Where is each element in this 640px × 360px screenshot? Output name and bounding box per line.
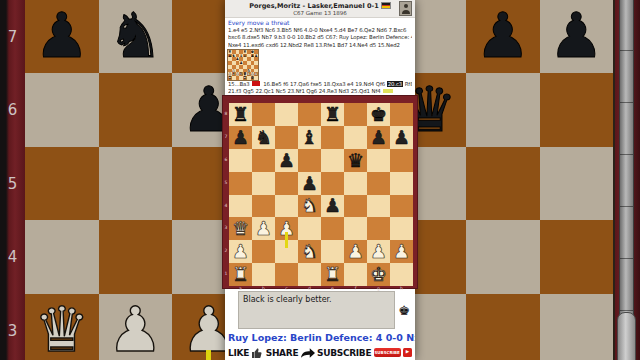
square-h5[interactable] <box>390 172 413 195</box>
game-subtitle: C67 Game 13 1896 <box>225 10 415 17</box>
square-h2[interactable]: ♟ <box>390 240 413 263</box>
white-pawn[interactable]: ♟ <box>347 242 364 261</box>
black-pawn[interactable]: ♟ <box>278 151 295 170</box>
square-b1[interactable] <box>252 263 275 286</box>
main-board-frame: ♜♜♚♟♞♝♟♟♟♛♟♞♟♛♟♟♟♞♟♟♟♜♜♚ 87654321abcdefg… <box>222 95 418 289</box>
black-rook[interactable]: ♜ <box>232 105 249 124</box>
rank-label-5: 5 <box>223 180 229 185</box>
opening-name: Ruy Lopez: Berlin Defence: 4 0-0 Nxe4 <box>225 331 415 345</box>
white-queen: ♛ <box>34 299 90 360</box>
square-g7: ♟ <box>466 0 540 73</box>
rank-label-1: 1 <box>223 271 229 276</box>
move-list-line-2[interactable]: bxc6 8.dxe5 Nb7 9.b3 0-0 10.Bb2 d5 C67: … <box>228 34 412 41</box>
file-label-g: g <box>367 286 390 291</box>
square-g4[interactable] <box>367 195 390 218</box>
square-a6 <box>25 73 99 147</box>
square-f6[interactable]: ♛ <box>344 149 367 172</box>
background-rank-label-6: 6 <box>0 101 25 119</box>
white-pawn[interactable]: ♟ <box>255 219 272 238</box>
black-pawn: ♟ <box>34 5 90 67</box>
rank-label-8: 8 <box>223 111 229 116</box>
square-b2[interactable] <box>252 240 275 263</box>
red-eval-marker <box>252 81 260 86</box>
player-portrait <box>399 1 412 16</box>
black-pawn: ♟ <box>475 5 531 67</box>
black-pawn[interactable]: ♟ <box>324 196 341 215</box>
diagram-thumbnail-board[interactable]: ♜♜♚♟♞♝♝♟♟♟♟♟♞♟♝♟♞♛♟♟♟♜♜♚ <box>228 50 258 80</box>
square-b7[interactable]: ♞ <box>252 126 275 149</box>
chessbase-panel: Porges,Moritz - Lasker,Emanuel 0-1 C67 G… <box>225 0 415 360</box>
square-b7: ♞ <box>99 0 173 73</box>
square-d4[interactable]: ♞ <box>298 195 321 218</box>
square-f4[interactable] <box>344 195 367 218</box>
rail-segment-line <box>620 154 633 155</box>
square-e4[interactable]: ♟ <box>321 195 344 218</box>
move-text[interactable]: 15...Ba3 <box>228 81 250 87</box>
square-f1[interactable] <box>344 263 367 286</box>
square-g7[interactable]: ♟ <box>367 126 390 149</box>
video-frame: ♜♜♚♟♞♝♟♟♟♛♟♞♟♛♟♟♟♞♟♟♟♜♜♚ 76543 Porges,Mo… <box>0 0 640 360</box>
black-queen[interactable]: ♛ <box>347 151 364 170</box>
white-pawn[interactable]: ♟ <box>232 242 249 261</box>
rail-segment-line <box>620 50 633 51</box>
black-bishop[interactable]: ♝ <box>301 128 318 147</box>
square-e3[interactable] <box>321 217 344 240</box>
square-a8[interactable]: ♜ <box>229 103 252 126</box>
background-board-right-border <box>615 0 640 360</box>
square-h6[interactable] <box>390 149 413 172</box>
square-b3: ♟ <box>99 294 173 360</box>
square-d1[interactable] <box>298 263 321 286</box>
square-d8[interactable] <box>298 103 321 126</box>
last-move-arrow <box>285 232 288 248</box>
social-bar: LIKE SHARE SUBSCRIBE SUBSCRIBE ▶ <box>225 345 415 360</box>
background-move-arrow <box>206 350 211 360</box>
square-f2[interactable]: ♟ <box>344 240 367 263</box>
black-king[interactable]: ♚ <box>370 105 387 124</box>
square-g5 <box>466 147 540 221</box>
square-a3: ♛ <box>25 294 99 360</box>
square-g4 <box>466 220 540 294</box>
square-d3[interactable] <box>298 217 321 240</box>
square-h8[interactable] <box>390 103 413 126</box>
square-h4[interactable] <box>390 195 413 218</box>
square-a6[interactable] <box>229 149 252 172</box>
square-h3 <box>540 294 614 360</box>
square-h4 <box>540 220 614 294</box>
subscribe-button[interactable]: SUBSCRIBE <box>374 348 401 357</box>
white-rook[interactable]: ♜ <box>232 265 249 284</box>
file-label-e: e <box>321 286 344 291</box>
black-pawn: ♟ <box>548 5 604 67</box>
black-pawn[interactable]: ♟ <box>232 128 249 147</box>
square-b4[interactable] <box>252 195 275 218</box>
square-b5[interactable] <box>252 172 275 195</box>
square-e8[interactable]: ♜ <box>321 103 344 126</box>
square-g6[interactable] <box>367 149 390 172</box>
background-board-left-border: 76543 <box>0 0 25 360</box>
black-pawn[interactable]: ♟ <box>393 128 410 147</box>
square-f5[interactable] <box>344 172 367 195</box>
move-list-line-4[interactable]: 15...Ba3 16.Be5 f6 17.Qa6 fxe5 18.Qxa3 e… <box>228 81 412 88</box>
rank-label-3: 3 <box>223 225 229 230</box>
notation-pane: Every move a threat 1.e4 e5 2.Nf3 Nc6 3.… <box>225 18 415 95</box>
square-c4[interactable] <box>275 195 298 218</box>
thumbs-up-icon[interactable] <box>251 347 263 359</box>
annotation-headline: Every move a threat <box>228 19 412 26</box>
square-c6[interactable]: ♟ <box>275 149 298 172</box>
square-a5 <box>25 147 99 221</box>
square-a5[interactable] <box>229 172 252 195</box>
white-pawn[interactable]: ♟ <box>370 242 387 261</box>
square-h1[interactable] <box>390 263 413 286</box>
share-button[interactable]: SHARE <box>266 348 299 358</box>
file-label-c: c <box>275 286 298 291</box>
square-c8[interactable] <box>275 103 298 126</box>
square-a7: ♟ <box>25 0 99 73</box>
black-pawn[interactable]: ♟ <box>301 174 318 193</box>
square-e2[interactable] <box>321 240 344 263</box>
file-label-f: f <box>344 286 367 291</box>
current-move-highlight[interactable]: 20.c3 <box>387 81 403 87</box>
scrollbar-thumb[interactable] <box>617 312 636 360</box>
background-rank-label-7: 7 <box>0 28 25 46</box>
like-button[interactable]: LIKE <box>228 348 249 358</box>
square-b4 <box>99 220 173 294</box>
white-knight[interactable]: ♞ <box>301 242 318 261</box>
square-a2[interactable]: ♟ <box>229 240 252 263</box>
move-list-line-5[interactable]: 21.f3 Qg5 22.Qc1 Nc5 23.Nf1 Qg6 24.Re3 N… <box>228 88 412 95</box>
black-knight: ♞ <box>107 5 163 67</box>
white-knight[interactable]: ♞ <box>301 196 318 215</box>
square-a3[interactable]: ♛ <box>229 217 252 240</box>
square-f7[interactable] <box>344 126 367 149</box>
share-arrow-icon[interactable] <box>301 348 315 358</box>
square-a4[interactable] <box>229 195 252 218</box>
square-h1 <box>254 76 258 80</box>
background-rank-label-5: 5 <box>0 175 25 193</box>
black-knight[interactable]: ♞ <box>255 128 272 147</box>
square-h3[interactable] <box>390 217 413 240</box>
white-king[interactable]: ♚ <box>370 265 387 284</box>
rank-label-7: 7 <box>223 134 229 139</box>
square-g8[interactable]: ♚ <box>367 103 390 126</box>
rank-label-2: 2 <box>223 248 229 253</box>
square-f8[interactable] <box>344 103 367 126</box>
square-g3[interactable] <box>367 217 390 240</box>
players-title: Porges,Moritz - Lasker,Emanuel 0-1 <box>225 0 415 10</box>
file-label-b: b <box>252 286 275 291</box>
rank-label-6: 6 <box>223 157 229 162</box>
scrollbar-rail[interactable] <box>619 0 634 360</box>
square-a4 <box>25 220 99 294</box>
evaluation-row: Black is clearly better. ♚ <box>225 289 415 331</box>
german-flag-icon <box>381 2 391 9</box>
square-b5 <box>99 147 173 221</box>
square-d5[interactable]: ♟ <box>298 172 321 195</box>
square-g3 <box>466 294 540 360</box>
square-b6 <box>99 73 173 147</box>
move-text[interactable]: Rf8 <box>403 81 412 87</box>
rail-segment-line <box>620 206 633 207</box>
square-e5[interactable] <box>321 172 344 195</box>
square-c5[interactable] <box>275 172 298 195</box>
file-label-h: h <box>390 286 413 291</box>
black-pawn[interactable]: ♟ <box>370 128 387 147</box>
black-rook[interactable]: ♜ <box>324 105 341 124</box>
square-a1[interactable]: ♜ <box>229 263 252 286</box>
rank-label-4: 4 <box>223 203 229 208</box>
yellow-eval-marker <box>383 89 393 94</box>
white-pawn[interactable]: ♟ <box>393 242 410 261</box>
square-g5[interactable] <box>367 172 390 195</box>
background-rank-label-3: 3 <box>0 322 25 340</box>
square-g1[interactable]: ♚ <box>367 263 390 286</box>
square-h6 <box>540 73 614 147</box>
square-f3[interactable] <box>344 217 367 240</box>
move-text[interactable]: 21.f3 Qg5 22.Qc1 Nc5 23.Nf1 Qg6 24.Re3 N… <box>228 88 381 94</box>
game-header: Porges,Moritz - Lasker,Emanuel 0-1 C67 G… <box>225 0 415 18</box>
portrait-head <box>404 4 408 8</box>
rail-segment-line <box>620 258 633 259</box>
players-title-text: Porges,Moritz - Lasker,Emanuel 0-1 <box>249 2 379 10</box>
white-rook[interactable]: ♜ <box>324 265 341 284</box>
square-b6[interactable] <box>252 149 275 172</box>
portrait-body <box>402 10 410 14</box>
square-h7: ♟ <box>540 0 614 73</box>
square-g2[interactable]: ♟ <box>367 240 390 263</box>
background-rank-label-4: 4 <box>0 248 25 266</box>
rail-segment-line <box>620 310 633 311</box>
move-list-line-1[interactable]: 1.e4 e5 2.Nf3 Nc6 3.Bb5 Nf6 4.0-0 Nxe4 5… <box>228 27 412 34</box>
square-d6[interactable] <box>298 149 321 172</box>
file-label-d: d <box>298 286 321 291</box>
evaluation-text-box: Black is clearly better. <box>238 291 395 329</box>
rail-segment-line <box>620 102 633 103</box>
square-d7[interactable]: ♝ <box>298 126 321 149</box>
subscribe-label[interactable]: SUBSCRIBE <box>317 348 371 358</box>
square-d2[interactable]: ♞ <box>298 240 321 263</box>
move-list-line-3[interactable]: Nxe4 11.exd6 cxd6 12.Nbd2 Re8 13.Rfe1 Bd… <box>228 42 412 49</box>
square-e6[interactable] <box>321 149 344 172</box>
square-c1[interactable] <box>275 263 298 286</box>
square-e7[interactable] <box>321 126 344 149</box>
square-b3[interactable]: ♟ <box>252 217 275 240</box>
main-chessboard[interactable]: ♜♜♚♟♞♝♟♟♟♛♟♞♟♛♟♟♟♞♟♟♟♜♜♚ <box>229 103 413 286</box>
square-g6 <box>466 73 540 147</box>
black-king-icon: ♚ <box>395 291 413 329</box>
file-label-a: a <box>229 286 252 291</box>
move-text[interactable]: 16.Be5 f6 17.Qa6 fxe5 18.Qxa3 e4 19.Nd4 … <box>262 81 387 87</box>
youtube-play-icon[interactable]: ▶ <box>403 348 412 357</box>
white-queen[interactable]: ♛ <box>232 219 249 238</box>
square-e1[interactable]: ♜ <box>321 263 344 286</box>
square-b8[interactable] <box>252 103 275 126</box>
square-h5 <box>540 147 614 221</box>
square-a7[interactable]: ♟ <box>229 126 252 149</box>
white-pawn: ♟ <box>107 299 163 360</box>
square-h7[interactable]: ♟ <box>390 126 413 149</box>
square-c7[interactable] <box>275 126 298 149</box>
